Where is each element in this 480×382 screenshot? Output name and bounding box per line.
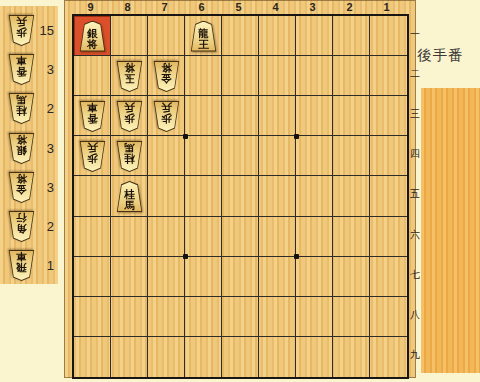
board-cell-1八[interactable] [370, 297, 407, 337]
file-label-3: 3 [294, 1, 331, 14]
board-cell-5九[interactable] [222, 337, 259, 377]
board-cell-3七[interactable] [296, 257, 333, 297]
board-cell-6九[interactable] [185, 337, 222, 377]
board-cell-6八[interactable] [185, 297, 222, 337]
board-cell-7九[interactable] [148, 337, 185, 377]
hand-count-香車: 3 [30, 62, 54, 77]
board-cell-8八[interactable] [111, 297, 148, 337]
piece-kanji: 金将 [153, 61, 180, 92]
file-label-7: 7 [146, 1, 183, 14]
board-cell-2五[interactable] [333, 176, 370, 216]
board-cell-1七[interactable] [370, 257, 407, 297]
board-cell-9八[interactable] [74, 297, 111, 337]
board-cell-2七[interactable] [333, 257, 370, 297]
hand-count-銀将: 3 [30, 141, 54, 156]
board-cell-8六[interactable] [111, 217, 148, 257]
file-label-8: 8 [109, 1, 146, 14]
board-cell-4八[interactable] [259, 297, 296, 337]
board-cell-3四[interactable] [296, 136, 333, 176]
piece-gote-歩兵[interactable]: 歩兵 [153, 101, 180, 132]
hand-count-桂馬: 2 [30, 101, 54, 116]
board-cell-6二[interactable] [185, 56, 222, 96]
piece-sente-銀将[interactable]: 銀将 [79, 21, 106, 52]
gote-hand-stand: 歩兵15 香車3 桂馬2 銀将3 金将3 角行2 [0, 6, 58, 284]
board-cell-3八[interactable] [296, 297, 333, 337]
board-cell-2六[interactable] [333, 217, 370, 257]
board-cell-1三[interactable] [370, 96, 407, 136]
piece-kanji: 玉将 [116, 61, 143, 92]
piece-gote-香車[interactable]: 香車 [79, 101, 106, 132]
shogi-app: 歩兵15 香車3 桂馬2 銀将3 金将3 角行2 [0, 0, 480, 382]
hand-count-角行: 2 [30, 219, 54, 234]
board-cell-7六[interactable] [148, 217, 185, 257]
piece-kanji: 銀将 [79, 21, 106, 52]
board-cell-5五[interactable] [222, 176, 259, 216]
piece-gote-歩兵[interactable]: 歩兵 [79, 141, 106, 172]
board-cell-1六[interactable] [370, 217, 407, 257]
board-cell-6六[interactable] [185, 217, 222, 257]
piece-sente-龍王[interactable]: 龍王 [190, 21, 217, 52]
rank-label-5: 五 [409, 174, 421, 214]
board-cell-4三[interactable] [259, 96, 296, 136]
board-cell-5三[interactable] [222, 96, 259, 136]
board-cell-7一[interactable] [148, 16, 185, 56]
board-cell-3二[interactable] [296, 56, 333, 96]
file-label-6: 6 [183, 1, 220, 14]
board-cell-1二[interactable] [370, 56, 407, 96]
board-cell-3五[interactable] [296, 176, 333, 216]
board-cell-3九[interactable] [296, 337, 333, 377]
board-cell-1四[interactable] [370, 136, 407, 176]
rank-label-9: 九 [409, 335, 421, 375]
board-cell-2一[interactable] [333, 16, 370, 56]
board-cell-1五[interactable] [370, 176, 407, 216]
board-cell-8九[interactable] [111, 337, 148, 377]
board-cell-1一[interactable] [370, 16, 407, 56]
board-cell-7八[interactable] [148, 297, 185, 337]
hand-count-飛車: 1 [30, 258, 54, 273]
board-cell-7五[interactable] [148, 176, 185, 216]
board-cell-4九[interactable] [259, 337, 296, 377]
piece-kanji: 香車 [79, 101, 106, 132]
board-cell-2八[interactable] [333, 297, 370, 337]
star-point [294, 134, 299, 139]
hand-count-金将: 3 [30, 180, 54, 195]
board-cell-5一[interactable] [222, 16, 259, 56]
rank-label-8: 八 [409, 295, 421, 335]
board-cell-5八[interactable] [222, 297, 259, 337]
board-cell-3六[interactable] [296, 217, 333, 257]
board-cell-9七[interactable] [74, 257, 111, 297]
rank-label-4: 四 [409, 134, 421, 174]
board-cell-5七[interactable] [222, 257, 259, 297]
star-point [183, 134, 188, 139]
piece-kanji: 龍王 [190, 21, 217, 52]
rank-label-6: 六 [409, 215, 421, 255]
rank-label-7: 七 [409, 255, 421, 295]
board-cell-5四[interactable] [222, 136, 259, 176]
shogi-board: 987654321 一二三四五六七八九 銀将 龍王 玉将 金将 香車 [64, 0, 416, 378]
file-label-9: 9 [72, 1, 109, 14]
file-label-2: 2 [331, 1, 368, 14]
board-cell-7四[interactable] [148, 136, 185, 176]
board-cell-2九[interactable] [333, 337, 370, 377]
piece-sente-桂馬[interactable]: 桂馬 [116, 181, 143, 212]
board-cell-4七[interactable] [259, 257, 296, 297]
piece-kanji: 歩兵 [116, 101, 143, 132]
board-cell-4四[interactable] [259, 136, 296, 176]
board-cell-9二[interactable] [74, 56, 111, 96]
board-cell-4五[interactable] [259, 176, 296, 216]
board-cell-9九[interactable] [74, 337, 111, 377]
hand-count-歩兵: 15 [30, 23, 54, 38]
board-cell-2二[interactable] [333, 56, 370, 96]
piece-kanji: 歩兵 [153, 101, 180, 132]
board-grid: 銀将 龍王 玉将 金将 香車 歩兵 [72, 14, 409, 379]
piece-gote-金将[interactable]: 金将 [153, 61, 180, 92]
board-cell-4六[interactable] [259, 217, 296, 257]
board-cell-6五[interactable] [185, 176, 222, 216]
board-cell-1九[interactable] [370, 337, 407, 377]
board-cell-8七[interactable] [111, 257, 148, 297]
board-cell-5二[interactable] [222, 56, 259, 96]
board-cell-8一[interactable] [111, 16, 148, 56]
board-cell-9五[interactable] [74, 176, 111, 216]
board-cell-9六[interactable] [74, 217, 111, 257]
piece-kanji: 歩兵 [79, 141, 106, 172]
board-cell-2四[interactable] [333, 136, 370, 176]
board-cell-4一[interactable] [259, 16, 296, 56]
piece-gote-歩兵[interactable]: 歩兵 [116, 101, 143, 132]
board-cell-5六[interactable] [222, 217, 259, 257]
piece-kanji: 桂馬 [116, 181, 143, 212]
board-cell-3三[interactable] [296, 96, 333, 136]
board-cell-2三[interactable] [333, 96, 370, 136]
file-label-1: 1 [368, 1, 405, 14]
file-label-4: 4 [257, 1, 294, 14]
board-cell-6四[interactable] [185, 136, 222, 176]
piece-gote-玉将[interactable]: 玉将 [116, 61, 143, 92]
piece-gote-桂馬[interactable]: 桂馬 [116, 141, 143, 172]
board-cell-7七[interactable] [148, 257, 185, 297]
board-cell-6七[interactable] [185, 257, 222, 297]
rank-label-3: 三 [409, 94, 421, 134]
turn-indicator: 後手番 [417, 46, 464, 65]
star-point [183, 254, 188, 259]
sente-hand-stand [421, 88, 480, 373]
star-point [294, 254, 299, 259]
file-label-5: 5 [220, 1, 257, 14]
piece-kanji: 桂馬 [116, 141, 143, 172]
board-cell-6三[interactable] [185, 96, 222, 136]
board-cell-4二[interactable] [259, 56, 296, 96]
board-cell-3一[interactable] [296, 16, 333, 56]
